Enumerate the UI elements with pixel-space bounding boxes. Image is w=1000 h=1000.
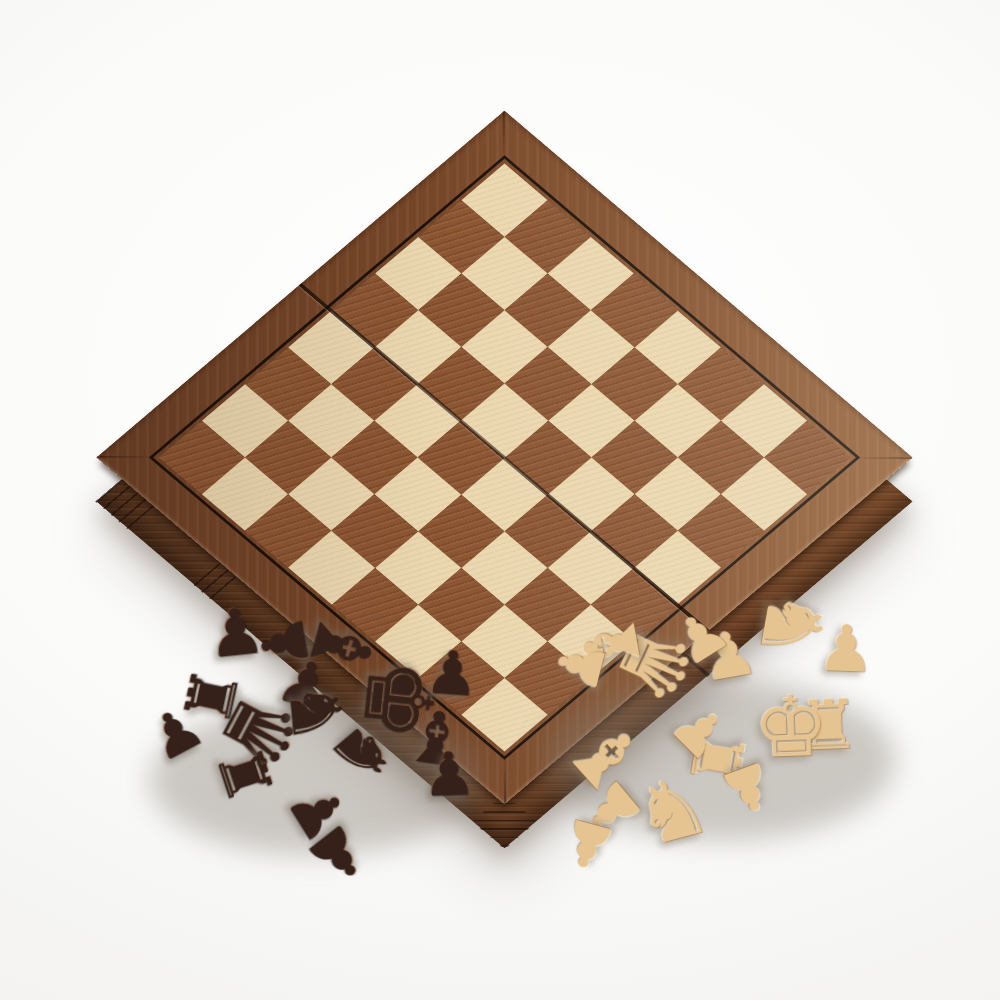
frame-miter-joint — [503, 111, 505, 162]
dark-pile-shadow — [150, 705, 480, 855]
scene: ♟♟♝♜♟♛♞♟♚♟♝♟♞♜♟♟ ♞♟♜♚♟♟♛♝♟♝♞♜♟♟♟♟ — [0, 0, 1000, 1000]
light-pawn: ♟ — [816, 616, 876, 682]
light-pile-shadow — [545, 680, 895, 840]
frame-miter-joint — [504, 753, 506, 804]
frame-miter-joint — [852, 457, 912, 459]
frame-miter-joint — [97, 456, 157, 458]
